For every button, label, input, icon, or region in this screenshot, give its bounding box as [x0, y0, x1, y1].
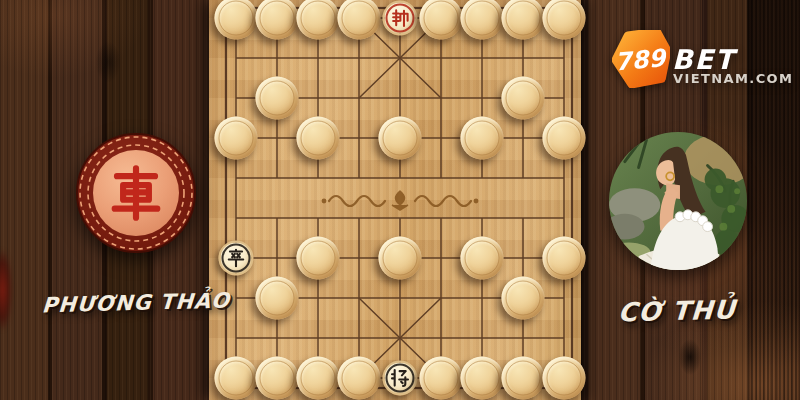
banner: PHƯƠNG THẢO 789 BET VIETNAM.COM [0, 0, 800, 400]
piece-blank-f3-r7[interactable] [297, 237, 340, 280]
logo-domain-text: VIETNAM.COM [673, 71, 793, 86]
player-photo-illustration [609, 132, 747, 270]
logo-number: 789 [613, 43, 668, 76]
piece-blank-f3-r4[interactable] [297, 117, 340, 160]
piece-blank-f4-r10[interactable] [338, 357, 381, 400]
piece-blank-f8-r10[interactable] [502, 357, 545, 400]
piece-character [227, 249, 246, 268]
piece-blank-f2-r10[interactable] [256, 357, 299, 400]
left-player-name: PHƯƠNG THẢO [39, 288, 233, 317]
board [209, 0, 581, 400]
piece-blank-f9-r10[interactable] [543, 357, 586, 400]
piece-blank-f5-r7[interactable] [379, 237, 422, 280]
piece-soldier-black-f1-r7[interactable] [219, 241, 254, 276]
ornament-char-use [115, 168, 158, 217]
789bet-logo[interactable]: 789 BET VIETNAM.COM [612, 28, 782, 90]
river-ornament [315, 188, 485, 212]
piece-blank-f7-r4[interactable] [461, 117, 504, 160]
piece-blank-f9-r7[interactable] [543, 237, 586, 280]
piece-blank-f5-r4[interactable] [379, 117, 422, 160]
piece-blank-f2-r3[interactable] [256, 77, 299, 120]
piece-general-red-f5-r1[interactable] [383, 1, 418, 36]
piece-blank-f6-r10[interactable] [420, 357, 463, 400]
piece-blank-f8-r3[interactable] [502, 77, 545, 120]
piece-character [391, 9, 410, 28]
piece-blank-f2-r8[interactable] [256, 277, 299, 320]
right-player-label: CỜ THỦ [581, 294, 773, 329]
piece-blank-f1-r4[interactable] [215, 117, 258, 160]
piece-blank-f8-r8[interactable] [502, 277, 545, 320]
piece-blank-f9-r4[interactable] [543, 117, 586, 160]
piece-blank-f7-r7[interactable] [461, 237, 504, 280]
logo-badge: 789 [612, 30, 670, 88]
piece-general-black-f5-r10[interactable] [383, 361, 418, 396]
player-photo [609, 132, 747, 270]
background-red-object [0, 250, 12, 330]
piece-blank-f3-r10[interactable] [297, 357, 340, 400]
piece-character [391, 369, 410, 388]
red-chariot-medallion [75, 132, 197, 254]
chariot-character [115, 168, 158, 217]
piece-blank-f1-r10[interactable] [215, 357, 258, 400]
piece-blank-f7-r10[interactable] [461, 357, 504, 400]
